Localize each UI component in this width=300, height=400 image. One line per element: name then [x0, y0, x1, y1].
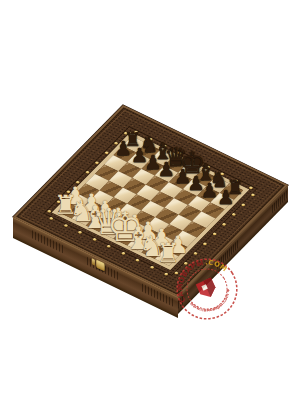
stamp-arc-top-accent: .COM	[202, 250, 230, 279]
stamp-shield-icon	[196, 278, 219, 301]
product-photo: ♜♞♝♛♚♝♞♜♟♟♟♟♟♟♟♟♟♟♟♟♟♟♟♟♜♞♝♛♚♝♞♜ САМОВАР…	[0, 0, 300, 400]
brass-dot	[63, 224, 68, 228]
brass-clasp-icon	[96, 259, 105, 271]
brass-dot	[222, 222, 227, 226]
brass-dot	[241, 203, 246, 207]
piece-dark-pawn: ♟	[158, 160, 175, 179]
brass-dot	[149, 265, 154, 269]
brass-dot	[231, 213, 236, 217]
piece-dark-pawn: ♟	[217, 188, 234, 207]
piece-dark-pawn: ♟	[201, 181, 218, 200]
piece-dark-pawn: ♟	[114, 139, 131, 158]
brass-dot	[250, 193, 255, 197]
